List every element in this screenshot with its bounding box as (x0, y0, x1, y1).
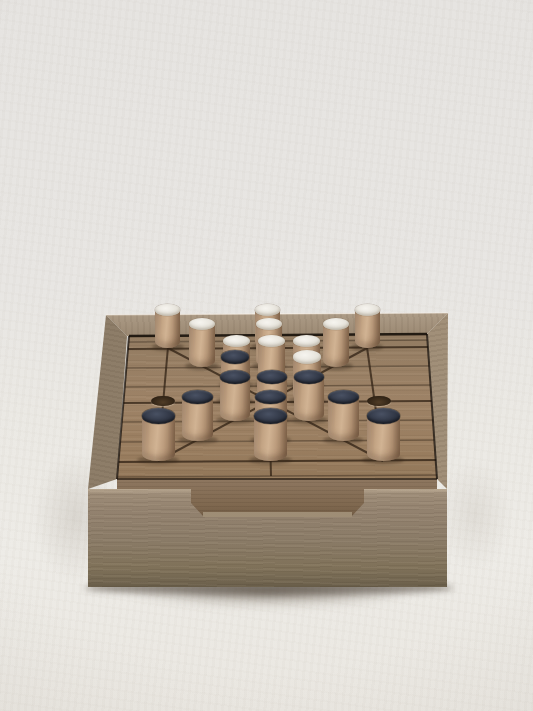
product-photo-scene (0, 0, 533, 711)
photo-vignette (0, 0, 533, 711)
